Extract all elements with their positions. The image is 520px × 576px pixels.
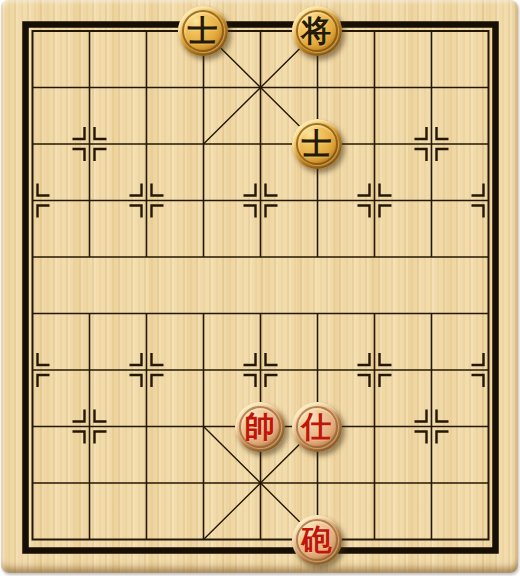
piece-black-advisor[interactable]: 士	[292, 119, 342, 169]
piece-glyph: 仕	[302, 412, 332, 442]
piece-red-advisor[interactable]: 仕	[292, 402, 342, 452]
app-window: 士将士帥仕砲	[0, 0, 520, 576]
piece-glyph: 将	[302, 16, 332, 46]
piece-red-general[interactable]: 帥	[235, 402, 285, 452]
piece-glyph: 砲	[302, 525, 332, 555]
piece-black-advisor[interactable]: 士	[178, 6, 228, 56]
xiangqi-board[interactable]: 士将士帥仕砲	[1, 0, 518, 573]
piece-glyph: 士	[188, 16, 218, 46]
piece-glyph: 帥	[245, 412, 275, 442]
piece-black-general[interactable]: 将	[292, 6, 342, 56]
board-grid	[1, 0, 520, 576]
piece-glyph: 士	[302, 129, 332, 159]
piece-red-cannon[interactable]: 砲	[292, 515, 342, 565]
